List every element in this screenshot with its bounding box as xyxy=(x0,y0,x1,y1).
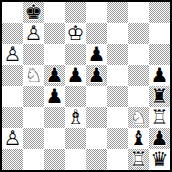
square-e1[interactable] xyxy=(86,149,107,170)
piece-glyph: ♘ xyxy=(23,65,44,86)
square-a7[interactable] xyxy=(2,23,23,44)
square-h2[interactable]: ♟ xyxy=(149,128,170,149)
white-knight-g3[interactable]: ♞♘ xyxy=(128,107,149,128)
square-g7[interactable] xyxy=(128,23,149,44)
piece-glyph: ♖ xyxy=(149,107,170,128)
black-pawn-h2[interactable]: ♟ xyxy=(149,128,170,149)
square-e7[interactable] xyxy=(86,23,107,44)
square-b6[interactable] xyxy=(23,44,44,65)
piece-glyph: ♟ xyxy=(86,44,107,65)
white-pawn-a6[interactable]: ♟♙ xyxy=(2,44,23,65)
piece-glyph: ♟ xyxy=(65,65,86,86)
black-pawn-e6[interactable]: ♟ xyxy=(86,44,107,65)
square-c4[interactable]: ♟ xyxy=(44,86,65,107)
square-a3[interactable] xyxy=(2,107,23,128)
piece-glyph: ♖ xyxy=(128,149,149,170)
square-b3[interactable] xyxy=(23,107,44,128)
square-h4[interactable]: ♜ xyxy=(149,86,170,107)
square-h6[interactable] xyxy=(149,44,170,65)
square-c5[interactable]: ♟ xyxy=(44,65,65,86)
square-a6[interactable]: ♟♙ xyxy=(2,44,23,65)
square-f6[interactable] xyxy=(107,44,128,65)
square-f3[interactable] xyxy=(107,107,128,128)
square-f7[interactable] xyxy=(107,23,128,44)
square-b7[interactable]: ♟♙ xyxy=(23,23,44,44)
square-e2[interactable] xyxy=(86,128,107,149)
square-c3[interactable] xyxy=(44,107,65,128)
square-g3[interactable]: ♞♘ xyxy=(128,107,149,128)
square-d5[interactable]: ♟ xyxy=(65,65,86,86)
white-rook-h3[interactable]: ♜♖ xyxy=(149,107,170,128)
square-g2[interactable]: ♝ xyxy=(128,128,149,149)
square-a2[interactable]: ♟♙ xyxy=(2,128,23,149)
black-pawn-c5[interactable]: ♟ xyxy=(44,65,65,86)
square-h5[interactable]: ♟ xyxy=(149,65,170,86)
square-b4[interactable] xyxy=(23,86,44,107)
piece-glyph: ♜ xyxy=(149,86,170,107)
piece-glyph: ♚ xyxy=(23,2,44,23)
square-d1[interactable] xyxy=(65,149,86,170)
square-e3[interactable] xyxy=(86,107,107,128)
white-knight-b5[interactable]: ♞♘ xyxy=(23,65,44,86)
square-h3[interactable]: ♜♖ xyxy=(149,107,170,128)
square-g5[interactable] xyxy=(128,65,149,86)
piece-glyph: ♘ xyxy=(128,107,149,128)
square-a4[interactable] xyxy=(2,86,23,107)
white-pawn-b7[interactable]: ♟♙ xyxy=(23,23,44,44)
piece-glyph: ♟ xyxy=(44,65,65,86)
piece-glyph: ♛ xyxy=(149,149,170,170)
square-c7[interactable] xyxy=(44,23,65,44)
white-rook-g1[interactable]: ♜♖ xyxy=(128,149,149,170)
square-g8[interactable] xyxy=(128,2,149,23)
square-h1[interactable]: ♛ xyxy=(149,149,170,170)
square-c8[interactable] xyxy=(44,2,65,23)
square-b5[interactable]: ♞♘ xyxy=(23,65,44,86)
piece-glyph: ♗ xyxy=(65,107,86,128)
white-king-d7[interactable]: ♚♔ xyxy=(65,23,86,44)
black-pawn-e5[interactable]: ♟ xyxy=(86,65,107,86)
square-e8[interactable] xyxy=(86,2,107,23)
black-rook-h4[interactable]: ♜ xyxy=(149,86,170,107)
square-d8[interactable] xyxy=(65,2,86,23)
square-g1[interactable]: ♜♖ xyxy=(128,149,149,170)
square-g4[interactable] xyxy=(128,86,149,107)
square-d4[interactable] xyxy=(65,86,86,107)
square-f2[interactable] xyxy=(107,128,128,149)
piece-glyph: ♟ xyxy=(149,65,170,86)
square-d7[interactable]: ♚♔ xyxy=(65,23,86,44)
square-a5[interactable] xyxy=(2,65,23,86)
square-c1[interactable] xyxy=(44,149,65,170)
square-f8[interactable] xyxy=(107,2,128,23)
square-f5[interactable] xyxy=(107,65,128,86)
square-c2[interactable] xyxy=(44,128,65,149)
piece-glyph: ♟ xyxy=(44,86,65,107)
black-pawn-c4[interactable]: ♟ xyxy=(44,86,65,107)
square-b2[interactable] xyxy=(23,128,44,149)
square-c6[interactable] xyxy=(44,44,65,65)
piece-glyph: ♟ xyxy=(149,128,170,149)
black-queen-h1[interactable]: ♛ xyxy=(149,149,170,170)
black-pawn-h5[interactable]: ♟ xyxy=(149,65,170,86)
square-h8[interactable] xyxy=(149,2,170,23)
square-f4[interactable] xyxy=(107,86,128,107)
piece-glyph: ♟ xyxy=(86,65,107,86)
square-h7[interactable] xyxy=(149,23,170,44)
square-b8[interactable]: ♚ xyxy=(23,2,44,23)
black-king-b8[interactable]: ♚ xyxy=(23,2,44,23)
chess-board: ♚♟♙♚♔♟♙♟♞♘♟♟♟♟♟♜♝♗♞♘♜♖♟♙♝♟♜♖♛ xyxy=(0,0,172,172)
piece-glyph: ♝ xyxy=(128,128,149,149)
black-bishop-g2[interactable]: ♝ xyxy=(128,128,149,149)
square-d3[interactable]: ♝♗ xyxy=(65,107,86,128)
square-b1[interactable] xyxy=(23,149,44,170)
white-pawn-a2[interactable]: ♟♙ xyxy=(2,128,23,149)
piece-glyph: ♙ xyxy=(2,44,23,65)
square-e5[interactable]: ♟ xyxy=(86,65,107,86)
square-g6[interactable] xyxy=(128,44,149,65)
piece-glyph: ♙ xyxy=(23,23,44,44)
piece-glyph: ♙ xyxy=(2,128,23,149)
square-e6[interactable]: ♟ xyxy=(86,44,107,65)
piece-glyph: ♔ xyxy=(65,23,86,44)
square-d2[interactable] xyxy=(65,128,86,149)
black-pawn-d5[interactable]: ♟ xyxy=(65,65,86,86)
square-e4[interactable] xyxy=(86,86,107,107)
square-d6[interactable] xyxy=(65,44,86,65)
white-bishop-d3[interactable]: ♝♗ xyxy=(65,107,86,128)
square-f1[interactable] xyxy=(107,149,128,170)
square-a8[interactable] xyxy=(2,2,23,23)
square-a1[interactable] xyxy=(2,149,23,170)
